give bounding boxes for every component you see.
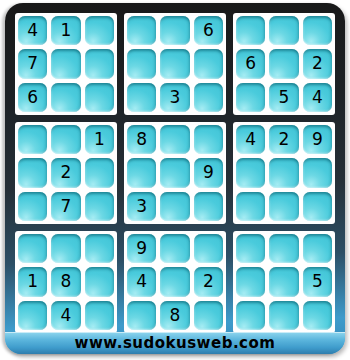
cell-r9c1[interactable] — [18, 301, 47, 330]
cell-r5c5[interactable] — [160, 158, 189, 187]
cell-r5c3[interactable] — [85, 158, 114, 187]
footer-band: www.sudokusweb.com — [5, 332, 345, 354]
cell-r6c9[interactable] — [303, 192, 332, 221]
block-3-1: 184 — [15, 231, 117, 333]
cell-r1c9[interactable] — [303, 16, 332, 45]
cell-r5c9[interactable] — [303, 158, 332, 187]
cell-r5c1[interactable] — [18, 158, 47, 187]
cell-r3c6[interactable] — [194, 83, 223, 112]
cell-r4c6[interactable] — [194, 125, 223, 154]
block-1-1: 4176 — [15, 13, 117, 115]
cell-r6c7[interactable] — [236, 192, 265, 221]
cell-r7c5[interactable] — [160, 234, 189, 263]
cell-r5c4[interactable] — [127, 158, 156, 187]
cell-r6c4[interactable]: 3 — [127, 192, 156, 221]
cell-r6c6[interactable] — [194, 192, 223, 221]
cell-r7c2[interactable] — [51, 234, 80, 263]
cell-r7c1[interactable] — [18, 234, 47, 263]
sudoku-page: 417663625412789342918494285 www.sudokusw… — [0, 0, 350, 360]
cell-r7c9[interactable] — [303, 234, 332, 263]
cell-r9c5[interactable]: 8 — [160, 301, 189, 330]
cell-r8c9[interactable]: 5 — [303, 267, 332, 296]
block-2-3: 429 — [233, 122, 335, 224]
cell-r9c8[interactable] — [269, 301, 298, 330]
cell-r9c4[interactable] — [127, 301, 156, 330]
cell-r6c5[interactable] — [160, 192, 189, 221]
cell-r3c9[interactable]: 4 — [303, 83, 332, 112]
cell-r8c4[interactable]: 4 — [127, 267, 156, 296]
cell-r6c2[interactable]: 7 — [51, 192, 80, 221]
block-3-3: 5 — [233, 231, 335, 333]
cell-r1c2[interactable]: 1 — [51, 16, 80, 45]
cell-r2c2[interactable] — [51, 49, 80, 78]
cell-r1c1[interactable]: 4 — [18, 16, 47, 45]
cell-r9c9[interactable] — [303, 301, 332, 330]
cell-r3c1[interactable]: 6 — [18, 83, 47, 112]
cell-r2c3[interactable] — [85, 49, 114, 78]
cell-r2c7[interactable]: 6 — [236, 49, 265, 78]
cell-r3c3[interactable] — [85, 83, 114, 112]
cell-r6c1[interactable] — [18, 192, 47, 221]
block-1-3: 6254 — [233, 13, 335, 115]
cell-r7c6[interactable] — [194, 234, 223, 263]
cell-r1c8[interactable] — [269, 16, 298, 45]
cell-r8c8[interactable] — [269, 267, 298, 296]
cell-r8c1[interactable]: 1 — [18, 267, 47, 296]
board-frame: 417663625412789342918494285 www.sudokusw… — [5, 3, 345, 354]
cell-r3c7[interactable] — [236, 83, 265, 112]
cell-r1c3[interactable] — [85, 16, 114, 45]
cell-r8c7[interactable] — [236, 267, 265, 296]
block-2-2: 893 — [124, 122, 226, 224]
cell-r1c7[interactable] — [236, 16, 265, 45]
cell-r1c4[interactable] — [127, 16, 156, 45]
cell-r3c8[interactable]: 5 — [269, 83, 298, 112]
cell-r4c4[interactable]: 8 — [127, 125, 156, 154]
cell-r5c8[interactable] — [269, 158, 298, 187]
cell-r7c7[interactable] — [236, 234, 265, 263]
cell-r4c1[interactable] — [18, 125, 47, 154]
block-2-1: 127 — [15, 122, 117, 224]
cell-r3c4[interactable] — [127, 83, 156, 112]
cell-r9c3[interactable] — [85, 301, 114, 330]
site-link[interactable]: www.sudokusweb.com — [75, 334, 276, 352]
cell-r4c7[interactable]: 4 — [236, 125, 265, 154]
cell-r7c8[interactable] — [269, 234, 298, 263]
block-3-2: 9428 — [124, 231, 226, 333]
cell-r2c8[interactable] — [269, 49, 298, 78]
cell-r1c5[interactable] — [160, 16, 189, 45]
cell-r8c6[interactable]: 2 — [194, 267, 223, 296]
cell-r4c2[interactable] — [51, 125, 80, 154]
cell-r4c8[interactable]: 2 — [269, 125, 298, 154]
cell-r2c4[interactable] — [127, 49, 156, 78]
block-1-2: 63 — [124, 13, 226, 115]
cell-r7c3[interactable] — [85, 234, 114, 263]
cell-r4c9[interactable]: 9 — [303, 125, 332, 154]
cell-r3c5[interactable]: 3 — [160, 83, 189, 112]
cell-r6c8[interactable] — [269, 192, 298, 221]
cell-r8c3[interactable] — [85, 267, 114, 296]
cell-r6c3[interactable] — [85, 192, 114, 221]
cell-r2c1[interactable]: 7 — [18, 49, 47, 78]
cell-r8c2[interactable]: 8 — [51, 267, 80, 296]
cell-r9c6[interactable] — [194, 301, 223, 330]
cell-r4c3[interactable]: 1 — [85, 125, 114, 154]
cell-r7c4[interactable]: 9 — [127, 234, 156, 263]
cell-r4c5[interactable] — [160, 125, 189, 154]
cell-r5c7[interactable] — [236, 158, 265, 187]
cell-r2c6[interactable] — [194, 49, 223, 78]
cell-r9c2[interactable]: 4 — [51, 301, 80, 330]
cell-r5c2[interactable]: 2 — [51, 158, 80, 187]
cell-r5c6[interactable]: 9 — [194, 158, 223, 187]
sudoku-board: 417663625412789342918494285 — [15, 13, 335, 333]
cell-r8c5[interactable] — [160, 267, 189, 296]
cell-r2c9[interactable]: 2 — [303, 49, 332, 78]
cell-r3c2[interactable] — [51, 83, 80, 112]
cell-r9c7[interactable] — [236, 301, 265, 330]
cell-r2c5[interactable] — [160, 49, 189, 78]
cell-r1c6[interactable]: 6 — [194, 16, 223, 45]
